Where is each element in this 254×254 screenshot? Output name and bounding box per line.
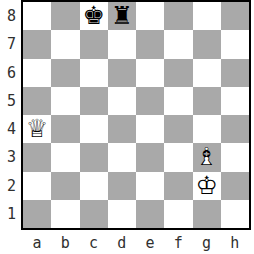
square-g2[interactable]: ♚♔ [193, 172, 221, 200]
square-b3[interactable] [51, 143, 79, 171]
white-queen-glyph: ♕ [23, 115, 51, 143]
rank-label-2: 2 [0, 172, 21, 200]
black-king: ♚ [80, 2, 108, 30]
square-h8[interactable] [221, 2, 249, 30]
square-f6[interactable] [164, 59, 192, 87]
rank-label-6: 6 [0, 59, 21, 87]
square-g5[interactable] [193, 87, 221, 115]
file-label-f: f [164, 234, 192, 254]
file-label-b: b [51, 234, 79, 254]
square-g4[interactable] [193, 115, 221, 143]
square-d4[interactable] [108, 115, 136, 143]
square-c7[interactable] [80, 30, 108, 58]
rank-label-8: 8 [0, 2, 21, 30]
square-d7[interactable] [108, 30, 136, 58]
square-c4[interactable] [80, 115, 108, 143]
square-e4[interactable] [136, 115, 164, 143]
square-h7[interactable] [221, 30, 249, 58]
square-h2[interactable] [221, 172, 249, 200]
square-g6[interactable] [193, 59, 221, 87]
file-label-g: g [193, 234, 221, 254]
square-a6[interactable] [23, 59, 51, 87]
square-h3[interactable] [221, 143, 249, 171]
square-f4[interactable] [164, 115, 192, 143]
square-d5[interactable] [108, 87, 136, 115]
square-f3[interactable] [164, 143, 192, 171]
square-f1[interactable] [164, 200, 192, 228]
square-d1[interactable] [108, 200, 136, 228]
file-label-a: a [23, 234, 51, 254]
square-h5[interactable] [221, 87, 249, 115]
square-e5[interactable] [136, 87, 164, 115]
white-bishop: ♝♗ [193, 143, 221, 171]
square-e6[interactable] [136, 59, 164, 87]
square-b1[interactable] [51, 200, 79, 228]
square-d6[interactable] [108, 59, 136, 87]
white-bishop-glyph: ♗ [193, 143, 221, 171]
square-c5[interactable] [80, 87, 108, 115]
square-f8[interactable] [164, 2, 192, 30]
file-label-d: d [108, 234, 136, 254]
chess-board: ♚♜♛♕♝♗♚♔ [21, 0, 251, 230]
rank-label-1: 1 [0, 200, 21, 228]
square-f7[interactable] [164, 30, 192, 58]
square-a7[interactable] [23, 30, 51, 58]
square-b6[interactable] [51, 59, 79, 87]
square-d3[interactable] [108, 143, 136, 171]
square-h4[interactable] [221, 115, 249, 143]
square-a2[interactable] [23, 172, 51, 200]
black-rook: ♜ [108, 2, 136, 30]
square-c2[interactable] [80, 172, 108, 200]
file-label-h: h [221, 234, 249, 254]
square-h1[interactable] [221, 200, 249, 228]
file-labels: abcdefgh [21, 231, 251, 254]
rank-label-3: 3 [0, 143, 21, 171]
square-c8[interactable]: ♚ [80, 2, 108, 30]
square-f5[interactable] [164, 87, 192, 115]
square-a5[interactable] [23, 87, 51, 115]
square-e3[interactable] [136, 143, 164, 171]
square-b4[interactable] [51, 115, 79, 143]
square-c3[interactable] [80, 143, 108, 171]
rank-labels: 87654321 [0, 0, 21, 231]
square-c1[interactable] [80, 200, 108, 228]
square-a4[interactable]: ♛♕ [23, 115, 51, 143]
square-g8[interactable] [193, 2, 221, 30]
white-king: ♚♔ [193, 172, 221, 200]
square-a1[interactable] [23, 200, 51, 228]
square-d8[interactable]: ♜ [108, 2, 136, 30]
rank-label-7: 7 [0, 30, 21, 58]
square-e8[interactable] [136, 2, 164, 30]
square-d2[interactable] [108, 172, 136, 200]
square-g3[interactable]: ♝♗ [193, 143, 221, 171]
square-a3[interactable] [23, 143, 51, 171]
rank-label-5: 5 [0, 87, 21, 115]
square-a8[interactable] [23, 2, 51, 30]
square-e7[interactable] [136, 30, 164, 58]
square-h6[interactable] [221, 59, 249, 87]
chess-diagram: 87654321 ♚♜♛♕♝♗♚♔ abcdefgh [0, 0, 254, 254]
square-b8[interactable] [51, 2, 79, 30]
file-label-c: c [80, 234, 108, 254]
square-g1[interactable] [193, 200, 221, 228]
square-b2[interactable] [51, 172, 79, 200]
square-e2[interactable] [136, 172, 164, 200]
square-b7[interactable] [51, 30, 79, 58]
square-f2[interactable] [164, 172, 192, 200]
square-e1[interactable] [136, 200, 164, 228]
file-label-e: e [136, 234, 164, 254]
white-king-glyph: ♔ [193, 172, 221, 200]
rank-label-4: 4 [0, 115, 21, 143]
square-b5[interactable] [51, 87, 79, 115]
white-queen: ♛♕ [23, 115, 51, 143]
square-g7[interactable] [193, 30, 221, 58]
square-c6[interactable] [80, 59, 108, 87]
